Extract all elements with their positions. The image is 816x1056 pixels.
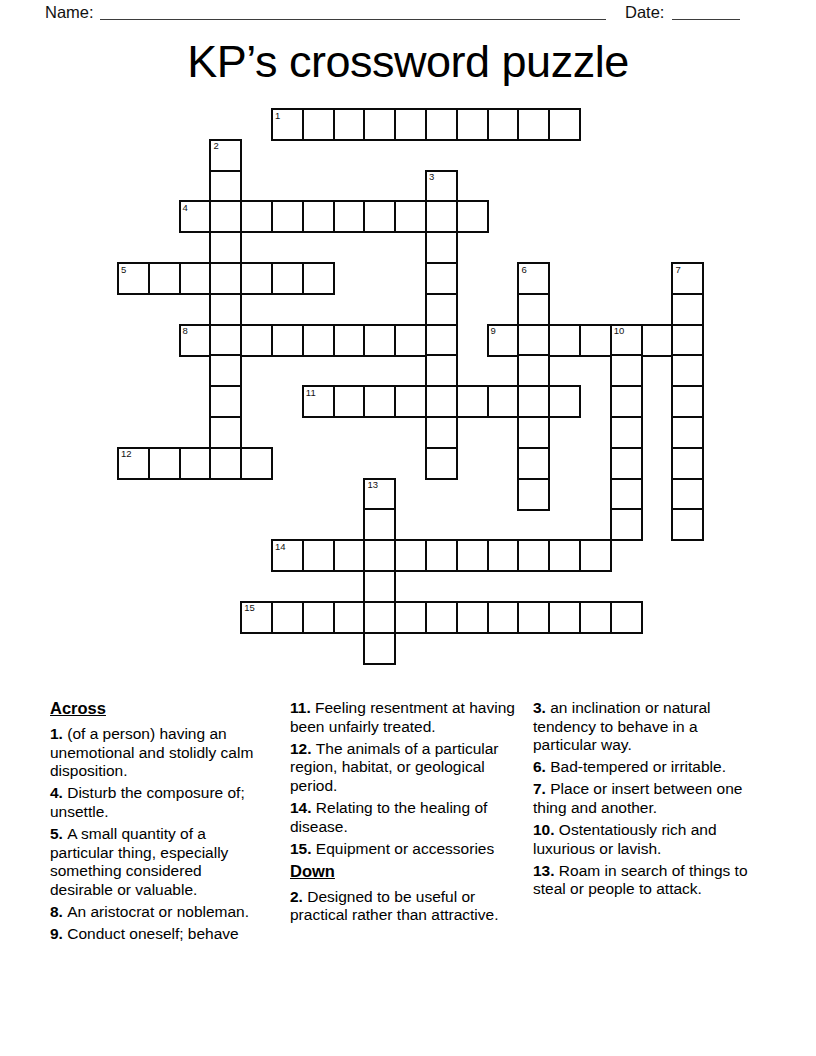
clue-across-14: 14. Relating to the healing of disease. (290, 799, 525, 836)
cell-r15-c8[interactable] (363, 570, 396, 603)
cell-r7-c10[interactable] (425, 324, 458, 357)
cell-r3-c3[interactable] (209, 200, 242, 233)
cell-r16-c16[interactable] (610, 601, 643, 634)
cell-r3-c9[interactable] (394, 200, 427, 233)
cell-r11-c10[interactable] (425, 447, 458, 480)
cell-number-2: 2 (213, 141, 218, 151)
cell-r7-c9[interactable] (394, 324, 427, 357)
cell-r7-c3[interactable] (209, 324, 242, 357)
cell-r10-c13[interactable] (517, 416, 550, 449)
clue-number: 9. (50, 925, 67, 942)
cell-r14-c11[interactable] (456, 539, 489, 572)
cell-r16-c8[interactable] (363, 601, 396, 634)
cell-number-3: 3 (429, 172, 434, 182)
cell-r7-c17[interactable] (641, 324, 674, 357)
clues-column-2: 11. Feeling resentment at having been un… (290, 699, 525, 928)
cell-r14-c14[interactable] (548, 539, 581, 572)
cell-r10-c18[interactable] (671, 416, 704, 449)
cell-r11-c2[interactable] (179, 447, 212, 480)
cell-r12-c8[interactable]: 13 (363, 478, 396, 511)
cell-r5-c10[interactable] (425, 262, 458, 295)
cell-r7-c15[interactable] (579, 324, 612, 357)
cell-r6-c10[interactable] (425, 293, 458, 326)
clue-across-1: 1. (of a person) having an unemotional a… (50, 725, 262, 781)
cell-number-12: 12 (121, 449, 132, 459)
cell-r11-c0[interactable]: 12 (117, 447, 150, 480)
cell-r13-c8[interactable] (363, 508, 396, 541)
cell-r7-c5[interactable] (271, 324, 304, 357)
cell-r9-c8[interactable] (363, 385, 396, 418)
cell-r0-c9[interactable] (394, 108, 427, 141)
page-title: KP’s crossword puzzle (0, 36, 816, 88)
cell-r3-c6[interactable] (302, 200, 335, 233)
clue-across-5: 5. A small quantity of a particular thin… (50, 825, 262, 899)
cell-r8-c10[interactable] (425, 354, 458, 387)
cell-number-9: 9 (491, 326, 496, 336)
cell-r0-c11[interactable] (456, 108, 489, 141)
cell-r13-c16[interactable] (610, 508, 643, 541)
cell-number-10: 10 (614, 326, 625, 336)
cell-number-13: 13 (367, 480, 378, 490)
clue-number: 5. (50, 825, 67, 842)
cell-r16-c14[interactable] (548, 601, 581, 634)
clue-number: 4. (50, 784, 67, 801)
cell-number-14: 14 (275, 542, 286, 552)
cell-r0-c8[interactable] (363, 108, 396, 141)
cell-r16-c10[interactable] (425, 601, 458, 634)
cell-r0-c5[interactable]: 1 (271, 108, 304, 141)
cell-number-5: 5 (121, 265, 126, 275)
cell-r7-c13[interactable] (517, 324, 550, 357)
clue-down-7: 7. Place or insert between one thing and… (533, 780, 755, 817)
clue-number: 2. (290, 888, 307, 905)
cell-r0-c14[interactable] (548, 108, 581, 141)
cell-r3-c4[interactable] (240, 200, 273, 233)
cell-r9-c10[interactable] (425, 385, 458, 418)
across-header: Across (50, 699, 262, 718)
cell-number-7: 7 (675, 265, 680, 275)
cell-r5-c2[interactable] (179, 262, 212, 295)
cell-r5-c0[interactable]: 5 (117, 262, 150, 295)
clue-number: 11. (290, 699, 315, 716)
cell-r11-c16[interactable] (610, 447, 643, 480)
cell-r14-c7[interactable] (333, 539, 366, 572)
cell-r16-c4[interactable]: 15 (240, 601, 273, 634)
clue-number: 10. (533, 821, 559, 838)
cell-r9-c11[interactable] (456, 385, 489, 418)
cell-r16-c15[interactable] (579, 601, 612, 634)
cell-r3-c10[interactable] (425, 200, 458, 233)
cell-r9-c9[interactable] (394, 385, 427, 418)
date-label: Date: (625, 3, 664, 22)
clue-down-10: 10. Ostentatiously rich and luxurious or… (533, 821, 755, 858)
cell-r3-c5[interactable] (271, 200, 304, 233)
cell-r16-c9[interactable] (394, 601, 427, 634)
cell-r7-c14[interactable] (548, 324, 581, 357)
cell-r14-c13[interactable] (517, 539, 550, 572)
cell-r7-c7[interactable] (333, 324, 366, 357)
cell-r9-c16[interactable] (610, 385, 643, 418)
cell-r14-c8[interactable] (363, 539, 396, 572)
cell-r13-c18[interactable] (671, 508, 704, 541)
crossword-grid: 123456789101112131415 (117, 108, 705, 665)
cell-r7-c2[interactable]: 8 (179, 324, 212, 357)
cell-r7-c16[interactable]: 10 (610, 324, 643, 357)
cell-r5-c5[interactable] (271, 262, 304, 295)
cell-r10-c10[interactable] (425, 416, 458, 449)
cell-r16-c5[interactable] (271, 601, 304, 634)
cell-r0-c6[interactable] (302, 108, 335, 141)
cell-r3-c11[interactable] (456, 200, 489, 233)
clue-down-3: 3. an inclination or natural tendency to… (533, 699, 755, 755)
cell-r6-c13[interactable] (517, 293, 550, 326)
cell-r0-c7[interactable] (333, 108, 366, 141)
clue-number: 12. (290, 740, 316, 757)
cell-number-4: 4 (183, 203, 188, 213)
clue-across-11: 11. Feeling resentment at having been un… (290, 699, 525, 736)
cell-r8-c3[interactable] (209, 354, 242, 387)
cell-r14-c10[interactable] (425, 539, 458, 572)
clue-across-4: 4. Disturb the composure of; unsettle. (50, 784, 262, 821)
cell-r16-c6[interactable] (302, 601, 335, 634)
cell-r4-c3[interactable] (209, 231, 242, 264)
cell-r9-c18[interactable] (671, 385, 704, 418)
cell-number-6: 6 (521, 265, 526, 275)
cell-r16-c11[interactable] (456, 601, 489, 634)
cell-r3-c2[interactable]: 4 (179, 200, 212, 233)
clues-column-1: Across1. (of a person) having an unemoti… (50, 699, 262, 947)
cell-r1-c3[interactable]: 2 (209, 139, 242, 172)
clue-number: 8. (50, 903, 67, 920)
clue-number: 13. (533, 862, 559, 879)
cell-r11-c13[interactable] (517, 447, 550, 480)
cell-r16-c7[interactable] (333, 601, 366, 634)
cell-r11-c3[interactable] (209, 447, 242, 480)
cell-r5-c18[interactable]: 7 (671, 262, 704, 295)
clue-number: 15. (290, 840, 316, 857)
cell-r11-c18[interactable] (671, 447, 704, 480)
cell-r7-c6[interactable] (302, 324, 335, 357)
cell-r10-c16[interactable] (610, 416, 643, 449)
clue-down-6: 6. Bad-tempered or irritable. (533, 758, 755, 777)
cell-r14-c5[interactable]: 14 (271, 539, 304, 572)
cell-r16-c12[interactable] (487, 601, 520, 634)
cell-r3-c7[interactable] (333, 200, 366, 233)
clue-number: 1. (50, 725, 67, 742)
cell-number-15: 15 (244, 603, 255, 613)
down-header: Down (290, 862, 525, 881)
cell-r11-c4[interactable] (240, 447, 273, 480)
cell-r2-c3[interactable] (209, 170, 242, 203)
clue-number: 7. (533, 780, 550, 797)
cell-r0-c10[interactable] (425, 108, 458, 141)
cell-r14-c6[interactable] (302, 539, 335, 572)
name-label: Name: (45, 3, 94, 22)
cell-r2-c10[interactable]: 3 (425, 170, 458, 203)
clue-across-15: 15. Equipment or accessories (290, 840, 525, 859)
cell-r7-c4[interactable] (240, 324, 273, 357)
cell-r12-c13[interactable] (517, 478, 550, 511)
cell-r16-c13[interactable] (517, 601, 550, 634)
cell-r12-c18[interactable] (671, 478, 704, 511)
cell-r11-c1[interactable] (148, 447, 181, 480)
cell-number-1: 1 (275, 111, 280, 121)
cell-r8-c13[interactable] (517, 354, 550, 387)
cell-r9-c12[interactable] (487, 385, 520, 418)
cell-r5-c4[interactable] (240, 262, 273, 295)
cell-number-11: 11 (306, 388, 316, 398)
clue-number: 6. (533, 758, 550, 775)
cell-r0-c12[interactable] (487, 108, 520, 141)
cell-r6-c3[interactable] (209, 293, 242, 326)
cell-r5-c1[interactable] (148, 262, 181, 295)
cell-r7-c8[interactable] (363, 324, 396, 357)
cell-r17-c8[interactable] (363, 632, 396, 665)
cell-r9-c13[interactable] (517, 385, 550, 418)
clue-number: 3. (533, 699, 550, 716)
cell-r7-c18[interactable] (671, 324, 704, 357)
cell-r6-c18[interactable] (671, 293, 704, 326)
cell-r14-c9[interactable] (394, 539, 427, 572)
clue-across-12: 12. The animals of a particular region, … (290, 740, 525, 796)
cell-r5-c6[interactable] (302, 262, 335, 295)
clue-across-8: 8. An aristocrat or nobleman. (50, 903, 262, 922)
cell-r9-c14[interactable] (548, 385, 581, 418)
name-blank-line[interactable] (100, 19, 606, 20)
cell-r9-c3[interactable] (209, 385, 242, 418)
cell-r9-c6[interactable]: 11 (302, 385, 335, 418)
clue-down-2: 2. Designed to be useful or practical ra… (290, 888, 525, 925)
cell-r12-c16[interactable] (610, 478, 643, 511)
cell-r8-c16[interactable] (610, 354, 643, 387)
clues-column-3: 3. an inclination or natural tendency to… (533, 699, 755, 902)
cell-r5-c13[interactable]: 6 (517, 262, 550, 295)
cell-r4-c10[interactable] (425, 231, 458, 264)
clue-down-13: 13. Roam in search of things to steal or… (533, 862, 755, 899)
cell-r5-c3[interactable] (209, 262, 242, 295)
cell-r14-c12[interactable] (487, 539, 520, 572)
cell-r14-c15[interactable] (579, 539, 612, 572)
cell-r7-c12[interactable]: 9 (487, 324, 520, 357)
cell-number-8: 8 (183, 326, 188, 336)
cell-r0-c13[interactable] (517, 108, 550, 141)
date-blank-line[interactable] (672, 19, 740, 20)
clue-number: 14. (290, 799, 316, 816)
cell-r9-c7[interactable] (333, 385, 366, 418)
cell-r3-c8[interactable] (363, 200, 396, 233)
cell-r10-c3[interactable] (209, 416, 242, 449)
clue-across-9: 9. Conduct oneself; behave (50, 925, 262, 944)
cell-r8-c18[interactable] (671, 354, 704, 387)
